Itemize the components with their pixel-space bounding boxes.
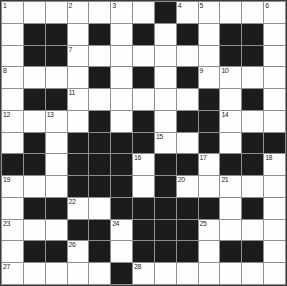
cell-r2c7[interactable] bbox=[155, 46, 176, 67]
cell-r0c2[interactable] bbox=[46, 2, 67, 23]
cell-r5c12[interactable] bbox=[264, 111, 285, 132]
clue-number-16: 16 bbox=[134, 154, 141, 162]
cell-r0c9[interactable]: 5 bbox=[199, 2, 220, 23]
cell-r9c10[interactable] bbox=[220, 198, 241, 219]
black-cell-r4c11 bbox=[242, 89, 263, 110]
cell-r8c9[interactable] bbox=[199, 176, 220, 197]
cell-r10c9[interactable]: 25 bbox=[199, 220, 220, 241]
black-cell-r9c7 bbox=[155, 198, 176, 219]
cell-r10c0[interactable]: 23 bbox=[2, 220, 23, 241]
black-cell-r5c9 bbox=[199, 111, 220, 132]
cell-r10c11[interactable] bbox=[242, 220, 263, 241]
black-cell-r11c7 bbox=[155, 241, 176, 262]
clue-number-28: 28 bbox=[134, 263, 141, 271]
cell-r2c0[interactable] bbox=[2, 46, 23, 67]
cell-r2c8[interactable] bbox=[177, 46, 198, 67]
clue-number-13: 13 bbox=[47, 111, 54, 119]
clue-number-15: 15 bbox=[156, 133, 163, 141]
black-cell-r2c11 bbox=[242, 46, 263, 67]
cell-r12c1[interactable] bbox=[24, 263, 45, 284]
black-cell-r4c9 bbox=[199, 89, 220, 110]
black-cell-r11c10 bbox=[220, 241, 241, 262]
cell-r0c0[interactable]: 1 bbox=[2, 2, 23, 23]
cell-r8c0[interactable]: 19 bbox=[2, 176, 23, 197]
black-cell-r2c1 bbox=[24, 46, 45, 67]
cell-r11c5[interactable] bbox=[111, 241, 132, 262]
black-cell-r1c8 bbox=[177, 24, 198, 45]
clue-number-5: 5 bbox=[200, 2, 203, 10]
cell-r3c9[interactable]: 9 bbox=[199, 67, 220, 88]
black-cell-r6c5 bbox=[111, 133, 132, 154]
black-cell-r1c10 bbox=[220, 24, 241, 45]
cell-r4c7[interactable] bbox=[155, 89, 176, 110]
clue-number-20: 20 bbox=[178, 176, 185, 184]
cell-r8c1[interactable] bbox=[24, 176, 45, 197]
black-cell-r8c4 bbox=[89, 176, 110, 197]
cell-r11c12[interactable] bbox=[264, 241, 285, 262]
clue-number-11: 11 bbox=[69, 89, 75, 97]
cell-r8c8[interactable]: 20 bbox=[177, 176, 198, 197]
cell-r2c12[interactable] bbox=[264, 46, 285, 67]
black-cell-r1c1 bbox=[24, 24, 45, 45]
cell-r2c5[interactable] bbox=[111, 46, 132, 67]
clue-number-18: 18 bbox=[265, 154, 272, 162]
cell-r8c6[interactable] bbox=[133, 176, 154, 197]
black-cell-r11c1 bbox=[24, 241, 45, 262]
clue-number-19: 19 bbox=[3, 176, 10, 184]
clue-number-14: 14 bbox=[221, 111, 228, 119]
black-cell-r1c6 bbox=[133, 24, 154, 45]
cell-r3c1[interactable] bbox=[24, 67, 45, 88]
black-cell-r3c4 bbox=[89, 67, 110, 88]
black-cell-r12c5 bbox=[111, 263, 132, 284]
cell-r8c2[interactable] bbox=[46, 176, 67, 197]
cell-r3c5[interactable] bbox=[111, 67, 132, 88]
cell-r5c5[interactable] bbox=[111, 111, 132, 132]
clue-number-7: 7 bbox=[69, 46, 72, 54]
clue-number-21: 21 bbox=[221, 176, 228, 184]
black-cell-r9c5 bbox=[111, 198, 132, 219]
clue-number-2: 2 bbox=[69, 2, 72, 10]
cell-r3c10[interactable]: 10 bbox=[220, 67, 241, 88]
cell-r11c9[interactable] bbox=[199, 241, 220, 262]
cell-r12c10[interactable] bbox=[220, 263, 241, 284]
cell-r4c3[interactable]: 11 bbox=[68, 89, 89, 110]
cell-r12c6[interactable]: 28 bbox=[133, 263, 154, 284]
cell-r5c10[interactable]: 14 bbox=[220, 111, 241, 132]
cell-r8c10[interactable]: 21 bbox=[220, 176, 241, 197]
cell-r10c1[interactable] bbox=[24, 220, 45, 241]
cell-r0c10[interactable] bbox=[220, 2, 241, 23]
cell-r1c9[interactable] bbox=[199, 24, 220, 45]
black-cell-r10c8 bbox=[177, 220, 198, 241]
black-cell-r11c6 bbox=[133, 241, 154, 262]
cell-r3c2[interactable] bbox=[46, 67, 67, 88]
cell-r12c3[interactable] bbox=[68, 263, 89, 284]
crossword-page: 1234567891011121314151617181920212223242… bbox=[0, 0, 287, 286]
cell-r8c11[interactable] bbox=[242, 176, 263, 197]
cell-r8c12[interactable] bbox=[264, 176, 285, 197]
cell-r12c8[interactable] bbox=[177, 263, 198, 284]
clue-number-4: 4 bbox=[178, 2, 181, 10]
clue-number-10: 10 bbox=[221, 67, 228, 75]
black-cell-r7c4 bbox=[89, 154, 110, 175]
cell-r10c12[interactable] bbox=[264, 220, 285, 241]
black-cell-r6c6 bbox=[133, 133, 154, 154]
cell-r11c3[interactable]: 26 bbox=[68, 241, 89, 262]
black-cell-r3c8 bbox=[177, 67, 198, 88]
black-cell-r7c3 bbox=[68, 154, 89, 175]
black-cell-r6c9 bbox=[199, 133, 220, 154]
clue-number-26: 26 bbox=[69, 241, 76, 249]
cell-r7c6[interactable]: 16 bbox=[133, 154, 154, 175]
cell-r9c0[interactable] bbox=[2, 198, 23, 219]
black-cell-r11c2 bbox=[46, 241, 67, 262]
black-cell-r9c8 bbox=[177, 198, 198, 219]
black-cell-r2c2 bbox=[46, 46, 67, 67]
black-cell-r8c7 bbox=[155, 176, 176, 197]
black-cell-r11c11 bbox=[242, 241, 263, 262]
black-cell-r6c11 bbox=[242, 133, 263, 154]
cell-r7c12[interactable]: 18 bbox=[264, 154, 285, 175]
black-cell-r6c1 bbox=[24, 133, 45, 154]
cell-r4c6[interactable] bbox=[133, 89, 154, 110]
black-cell-r1c11 bbox=[242, 24, 263, 45]
cell-r5c7[interactable] bbox=[155, 111, 176, 132]
cell-r10c10[interactable] bbox=[220, 220, 241, 241]
clue-number-22: 22 bbox=[69, 198, 76, 206]
cell-r5c2[interactable]: 13 bbox=[46, 111, 67, 132]
cell-r12c12[interactable] bbox=[264, 263, 285, 284]
clue-number-1: 1 bbox=[3, 2, 6, 10]
black-cell-r6c12 bbox=[264, 133, 285, 154]
cell-r3c12[interactable] bbox=[264, 67, 285, 88]
cell-r5c0[interactable]: 12 bbox=[2, 111, 23, 132]
black-cell-r10c4 bbox=[89, 220, 110, 241]
cell-r1c7[interactable] bbox=[155, 24, 176, 45]
black-cell-r9c1 bbox=[24, 198, 45, 219]
cell-r4c4[interactable] bbox=[89, 89, 110, 110]
cell-r0c3[interactable]: 2 bbox=[68, 2, 89, 23]
cell-r12c11[interactable] bbox=[242, 263, 263, 284]
black-cell-r9c2 bbox=[46, 198, 67, 219]
cell-r7c2[interactable] bbox=[46, 154, 67, 175]
cell-r2c3[interactable]: 7 bbox=[68, 46, 89, 67]
clue-number-27: 27 bbox=[3, 263, 10, 271]
black-cell-r10c3 bbox=[68, 220, 89, 241]
cell-r0c12[interactable]: 6 bbox=[264, 2, 285, 23]
cell-r1c3[interactable] bbox=[68, 24, 89, 45]
black-cell-r10c6 bbox=[133, 220, 154, 241]
black-cell-r8c5 bbox=[111, 176, 132, 197]
cell-r3c3[interactable] bbox=[68, 67, 89, 88]
cell-r9c4[interactable] bbox=[89, 198, 110, 219]
black-cell-r5c8 bbox=[177, 111, 198, 132]
black-cell-r11c4 bbox=[89, 241, 110, 262]
black-cell-r11c8 bbox=[177, 241, 198, 262]
crossword-board: 1234567891011121314151617181920212223242… bbox=[0, 0, 287, 286]
black-cell-r9c11 bbox=[242, 198, 263, 219]
cell-r10c5[interactable]: 24 bbox=[111, 220, 132, 241]
black-cell-r7c0 bbox=[2, 154, 23, 175]
black-cell-r6c4 bbox=[89, 133, 110, 154]
cell-r3c0[interactable]: 8 bbox=[2, 67, 23, 88]
black-cell-r7c8 bbox=[177, 154, 198, 175]
clue-number-8: 8 bbox=[3, 67, 6, 75]
black-cell-r1c2 bbox=[46, 24, 67, 45]
cell-r6c2[interactable] bbox=[46, 133, 67, 154]
cell-r0c11[interactable] bbox=[242, 2, 263, 23]
black-cell-r8c3 bbox=[68, 176, 89, 197]
black-cell-r2c10 bbox=[220, 46, 241, 67]
clue-number-3: 3 bbox=[112, 2, 115, 10]
cell-r1c0[interactable] bbox=[2, 24, 23, 45]
black-cell-r7c11 bbox=[242, 154, 263, 175]
cell-r4c12[interactable] bbox=[264, 89, 285, 110]
cell-r4c0[interactable] bbox=[2, 89, 23, 110]
black-cell-r5c6 bbox=[133, 111, 154, 132]
cell-r6c8[interactable] bbox=[177, 133, 198, 154]
black-cell-r10c7 bbox=[155, 220, 176, 241]
black-cell-r9c9 bbox=[199, 198, 220, 219]
cell-r4c8[interactable] bbox=[177, 89, 198, 110]
cell-r4c5[interactable] bbox=[111, 89, 132, 110]
black-cell-r9c6 bbox=[133, 198, 154, 219]
black-cell-r4c2 bbox=[46, 89, 67, 110]
clue-number-6: 6 bbox=[265, 2, 268, 10]
black-cell-r0c7 bbox=[155, 2, 176, 23]
black-cell-r7c7 bbox=[155, 154, 176, 175]
cell-r11c0[interactable] bbox=[2, 241, 23, 262]
clue-number-24: 24 bbox=[112, 220, 119, 228]
cell-r2c9[interactable] bbox=[199, 46, 220, 67]
cell-r6c10[interactable] bbox=[220, 133, 241, 154]
cell-r12c2[interactable] bbox=[46, 263, 67, 284]
cell-r0c1[interactable] bbox=[24, 2, 45, 23]
cell-r10c2[interactable] bbox=[46, 220, 67, 241]
clue-number-17: 17 bbox=[200, 154, 207, 162]
cell-r0c5[interactable]: 3 bbox=[111, 2, 132, 23]
clue-number-12: 12 bbox=[3, 111, 10, 119]
cell-r12c9[interactable] bbox=[199, 263, 220, 284]
cell-r3c7[interactable] bbox=[155, 67, 176, 88]
cell-r2c4[interactable] bbox=[89, 46, 110, 67]
black-cell-r7c5 bbox=[111, 154, 132, 175]
cell-r0c8[interactable]: 4 bbox=[177, 2, 198, 23]
cell-r9c3[interactable]: 22 bbox=[68, 198, 89, 219]
black-cell-r7c10 bbox=[220, 154, 241, 175]
cell-r1c5[interactable] bbox=[111, 24, 132, 45]
cell-r5c11[interactable] bbox=[242, 111, 263, 132]
cell-r5c1[interactable] bbox=[24, 111, 45, 132]
clue-number-9: 9 bbox=[200, 67, 203, 75]
black-cell-r6c3 bbox=[68, 133, 89, 154]
cell-r7c9[interactable]: 17 bbox=[199, 154, 220, 175]
black-cell-r7c1 bbox=[24, 154, 45, 175]
cell-r2c6[interactable] bbox=[133, 46, 154, 67]
cell-r5c3[interactable] bbox=[68, 111, 89, 132]
cell-r6c0[interactable] bbox=[2, 133, 23, 154]
cell-r3c11[interactable] bbox=[242, 67, 263, 88]
black-cell-r4c1 bbox=[24, 89, 45, 110]
cell-r0c4[interactable] bbox=[89, 2, 110, 23]
cell-r4c10[interactable] bbox=[220, 89, 241, 110]
clue-number-23: 23 bbox=[3, 220, 10, 228]
cell-r12c4[interactable] bbox=[89, 263, 110, 284]
clue-number-25: 25 bbox=[200, 220, 207, 228]
cell-r9c12[interactable] bbox=[264, 198, 285, 219]
black-cell-r5c4 bbox=[89, 111, 110, 132]
cell-r12c0[interactable]: 27 bbox=[2, 263, 23, 284]
cell-r12c7[interactable] bbox=[155, 263, 176, 284]
black-cell-r1c4 bbox=[89, 24, 110, 45]
black-cell-r3c6 bbox=[133, 67, 154, 88]
cell-r0c6[interactable] bbox=[133, 2, 154, 23]
cell-r1c12[interactable] bbox=[264, 24, 285, 45]
cell-r6c7[interactable]: 15 bbox=[155, 133, 176, 154]
